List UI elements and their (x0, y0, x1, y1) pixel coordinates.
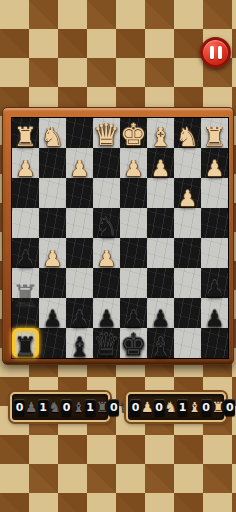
black-queen[interactable]: ♛ (93, 330, 120, 360)
square-e1[interactable]: ♚ (120, 118, 147, 148)
square-f7[interactable]: ♟ (147, 298, 174, 328)
square-f3[interactable] (147, 178, 174, 208)
square-c4[interactable] (66, 208, 93, 238)
square-e6[interactable] (120, 268, 147, 298)
square-c2[interactable]: ♟ (66, 148, 93, 178)
captured-white-pawn-count: 0 (130, 399, 141, 416)
square-a7[interactable]: ♜ (12, 298, 39, 328)
square-g2[interactable] (174, 148, 201, 178)
white-bishop[interactable]: ♝ (149, 124, 172, 150)
captured-black-rook-count: 1 (85, 399, 96, 416)
white-rook[interactable]: ♜ (203, 124, 226, 150)
square-b2[interactable] (39, 148, 66, 178)
square-e8[interactable]: ♚ (120, 328, 147, 358)
square-g5[interactable] (174, 238, 201, 268)
square-g1[interactable]: ♞ (174, 118, 201, 148)
square-d7[interactable]: ♟ (93, 298, 120, 328)
square-h2[interactable]: ♟ (201, 148, 228, 178)
square-d4[interactable]: ♞ (93, 208, 120, 238)
square-g7[interactable] (174, 298, 201, 328)
square-g8[interactable] (174, 328, 201, 358)
square-c6[interactable] (66, 268, 93, 298)
square-e2[interactable]: ♟ (120, 148, 147, 178)
square-g6[interactable] (174, 268, 201, 298)
square-g4[interactable] (174, 208, 201, 238)
square-f8[interactable]: ♝ (147, 328, 174, 358)
black-pawn[interactable]: ♟ (16, 248, 36, 270)
square-h5[interactable] (201, 238, 228, 268)
pause-icon (210, 46, 214, 59)
captured-black-queen-count: 0 (108, 399, 119, 416)
captured-black-bishop-count: 0 (61, 399, 72, 416)
square-b7[interactable]: ♟ (39, 298, 66, 328)
captured-pieces-tray-white: 0♟0♞1♝0♜0♛ (126, 392, 226, 422)
square-a4[interactable] (12, 208, 39, 238)
square-d3[interactable] (93, 178, 120, 208)
chess-board[interactable]: ♜♞♛♚♝♞♜♟♟♟♟♟♟♞♟♟♟♟♜♟♟♟♟♟♟♜♝♛♚♝ (11, 117, 229, 359)
black-bishop[interactable]: ♝ (149, 334, 172, 360)
pause-button[interactable] (200, 37, 231, 68)
square-c3[interactable] (66, 178, 93, 208)
white-queen-icon: ♛ (235, 400, 236, 414)
square-b5[interactable]: ♟ (39, 238, 66, 268)
captured-black-knight-count: 1 (38, 399, 49, 416)
white-knight-icon: ♞ (165, 400, 178, 414)
square-b4[interactable] (39, 208, 66, 238)
black-knight[interactable]: ♞ (95, 214, 118, 240)
white-pawn[interactable]: ♟ (43, 248, 63, 270)
white-knight[interactable]: ♞ (176, 124, 199, 150)
square-a2[interactable]: ♟ (12, 148, 39, 178)
square-c8[interactable]: ♝ (66, 328, 93, 358)
square-d6[interactable] (93, 268, 120, 298)
black-knight-icon: ♞ (49, 400, 62, 414)
black-pawn[interactable]: ♟ (205, 308, 225, 330)
white-pawn-icon: ♟ (141, 400, 154, 414)
captured-white-rook-count: 0 (201, 399, 212, 416)
square-f5[interactable] (147, 238, 174, 268)
black-pawn[interactable]: ♟ (43, 308, 63, 330)
square-c5[interactable] (66, 238, 93, 268)
white-king[interactable]: ♚ (120, 120, 147, 150)
board-frame: ♜♞♛♚♝♞♜♟♟♟♟♟♟♞♟♟♟♟♜♟♟♟♟♟♟♜♝♛♚♝ (2, 107, 234, 365)
chess-app-screen: ♜♞♛♚♝♞♜♟♟♟♟♟♟♞♟♟♟♟♜♟♟♟♟♟♟♜♝♛♚♝ 0♟1♞0♝1♜0… (0, 0, 236, 512)
captured-white-knight-count: 0 (154, 399, 165, 416)
white-bishop-icon: ♝ (188, 400, 201, 414)
white-rook-icon: ♜ (212, 400, 225, 414)
square-h7[interactable]: ♟ (201, 298, 228, 328)
square-e5[interactable] (120, 238, 147, 268)
white-pawn[interactable]: ♟ (97, 248, 117, 270)
square-e7[interactable]: ♟ (120, 298, 147, 328)
white-pawn[interactable]: ♟ (16, 158, 36, 180)
square-a8[interactable]: ♜ (12, 328, 39, 358)
black-bishop[interactable]: ♝ (68, 334, 91, 360)
white-pawn[interactable]: ♟ (205, 158, 225, 180)
black-bishop-icon: ♝ (72, 400, 85, 414)
white-queen[interactable]: ♛ (93, 120, 120, 150)
square-g3[interactable]: ♟ (174, 178, 201, 208)
square-c7[interactable]: ♟ (66, 298, 93, 328)
square-b3[interactable] (39, 178, 66, 208)
moving-black-rook-ghost: ♜ (12, 281, 40, 312)
captured-white-bishop-count: 1 (177, 399, 188, 416)
square-h6[interactable]: ♟ (201, 268, 228, 298)
square-e4[interactable] (120, 208, 147, 238)
square-e3[interactable] (120, 178, 147, 208)
square-f4[interactable] (147, 208, 174, 238)
square-d5[interactable]: ♟ (93, 238, 120, 268)
black-pawn[interactable]: ♟ (70, 308, 90, 330)
square-d2[interactable] (93, 148, 120, 178)
square-f2[interactable]: ♟ (147, 148, 174, 178)
square-h4[interactable] (201, 208, 228, 238)
square-b8[interactable] (39, 328, 66, 358)
black-rook[interactable]: ♜ (14, 334, 37, 360)
square-h3[interactable] (201, 178, 228, 208)
black-pawn[interactable]: ♟ (205, 278, 225, 300)
black-pawn-icon: ♟ (25, 400, 38, 414)
captured-black-pawn-count: 0 (14, 399, 25, 416)
white-pawn[interactable]: ♟ (70, 158, 90, 180)
white-pawn[interactable]: ♟ (151, 158, 171, 180)
square-h1[interactable]: ♜ (201, 118, 228, 148)
square-c1[interactable] (66, 118, 93, 148)
square-d1[interactable]: ♛ (93, 118, 120, 148)
square-a5[interactable]: ♟ (12, 238, 39, 268)
white-rook[interactable]: ♜ (14, 124, 37, 150)
captured-white-queen-count: 0 (224, 399, 235, 416)
black-rook-icon: ♜ (96, 400, 109, 414)
square-a3[interactable] (12, 178, 39, 208)
white-pawn[interactable]: ♟ (124, 158, 144, 180)
black-pawn[interactable]: ♟ (151, 308, 171, 330)
pause-icon (218, 46, 222, 59)
square-b6[interactable] (39, 268, 66, 298)
square-a1[interactable]: ♜ (12, 118, 39, 148)
black-king[interactable]: ♚ (120, 330, 147, 360)
white-pawn[interactable]: ♟ (178, 188, 198, 210)
square-h8[interactable] (201, 328, 228, 358)
captured-pieces-tray-black: 0♟1♞0♝1♜0♛ (10, 392, 110, 422)
square-b1[interactable]: ♞ (39, 118, 66, 148)
white-knight[interactable]: ♞ (41, 124, 64, 150)
square-f1[interactable]: ♝ (147, 118, 174, 148)
square-d8[interactable]: ♛ (93, 328, 120, 358)
square-f6[interactable] (147, 268, 174, 298)
